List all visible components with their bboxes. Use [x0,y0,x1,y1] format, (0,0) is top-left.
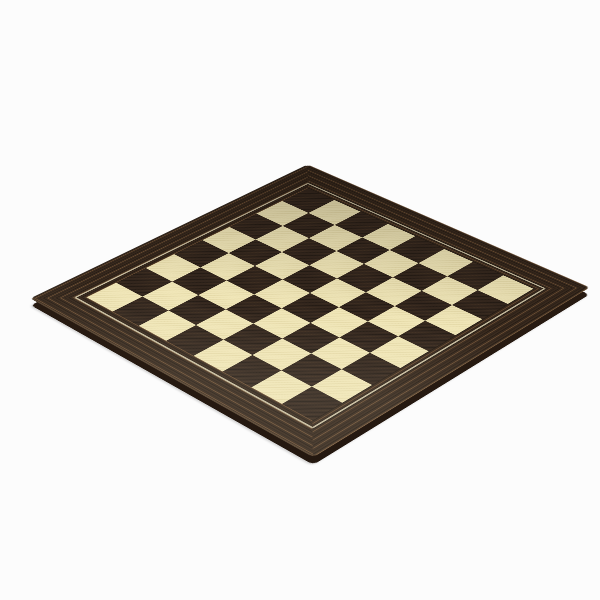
square-g8 [251,370,311,404]
chess-board [30,165,590,458]
square-g3 [395,291,452,320]
square-f4 [339,292,396,321]
square-h5 [370,336,429,368]
square-e7 [224,324,282,355]
square-g5 [340,321,398,352]
playing-field [87,188,534,420]
square-f8 [222,355,282,388]
board-top-surface [30,165,590,458]
square-h7 [312,369,372,403]
square-f6 [282,322,340,353]
square-h4 [398,320,456,351]
square-f7 [252,338,311,370]
scene [0,0,600,600]
square-d8 [166,325,224,356]
board-perspective-wrapper [108,91,512,495]
square-d6 [225,294,282,324]
square-h2 [452,290,509,319]
square-g7 [282,354,342,387]
frame-rail-right [281,274,590,458]
square-d7 [196,309,253,339]
square-g4 [368,306,425,336]
square-h6 [341,352,401,385]
square-e8 [194,339,253,371]
square-f5 [311,307,368,337]
square-h3 [425,305,482,335]
square-e6 [253,308,310,338]
square-c7 [169,295,226,325]
square-g6 [311,337,370,369]
square-b8 [112,296,169,326]
square-h8 [282,386,343,420]
frame-rail-bottom [30,283,345,457]
square-e5 [282,293,339,322]
square-c8 [139,310,196,340]
